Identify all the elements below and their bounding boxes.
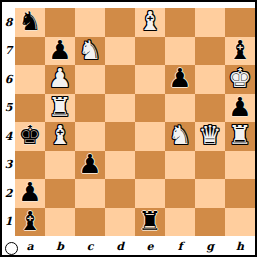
square-d7[interactable] — [105, 37, 135, 66]
piece-white-king[interactable]: ♚ — [228, 65, 251, 91]
piece-white-bishop[interactable]: ♝ — [138, 8, 161, 34]
square-h6[interactable]: ♚ — [225, 65, 255, 94]
square-e4[interactable] — [135, 122, 165, 151]
piece-black-pawn[interactable]: ♟ — [78, 151, 101, 177]
piece-white-knight[interactable]: ♞ — [168, 122, 191, 148]
piece-black-rook[interactable]: ♜ — [138, 208, 161, 234]
square-e6[interactable] — [135, 65, 165, 94]
piece-white-bishop[interactable]: ♝ — [48, 122, 71, 148]
square-c5[interactable] — [75, 94, 105, 123]
square-g1[interactable] — [195, 208, 225, 237]
square-b1[interactable] — [45, 208, 75, 237]
square-f1[interactable] — [165, 208, 195, 237]
square-d3[interactable] — [105, 151, 135, 180]
piece-black-pawn[interactable]: ♟ — [18, 179, 41, 205]
square-d8[interactable] — [105, 8, 135, 37]
piece-white-rook[interactable]: ♜ — [228, 122, 251, 148]
square-a4[interactable]: ♚ — [15, 122, 45, 151]
square-f2[interactable] — [165, 179, 195, 208]
rank-label-5: 5 — [2, 94, 15, 123]
chess-diagram: ♞♝♟♞♝♟♟♚♜♟♚♝♞♛♜♟♟♝♜ 87654321 abcdefgh — [0, 0, 257, 257]
square-e8[interactable]: ♝ — [135, 8, 165, 37]
square-a7[interactable] — [15, 37, 45, 66]
file-label-a: a — [15, 238, 45, 255]
square-b6[interactable]: ♟ — [45, 65, 75, 94]
piece-white-rook[interactable]: ♜ — [48, 94, 71, 120]
square-g6[interactable] — [195, 65, 225, 94]
square-c7[interactable]: ♞ — [75, 37, 105, 66]
piece-black-bishop[interactable]: ♝ — [18, 208, 41, 234]
square-d1[interactable] — [105, 208, 135, 237]
square-d6[interactable] — [105, 65, 135, 94]
square-f5[interactable] — [165, 94, 195, 123]
square-b7[interactable]: ♟ — [45, 37, 75, 66]
square-f8[interactable] — [165, 8, 195, 37]
square-f3[interactable] — [165, 151, 195, 180]
piece-black-bishop[interactable]: ♝ — [228, 37, 251, 63]
square-a3[interactable] — [15, 151, 45, 180]
square-c2[interactable] — [75, 179, 105, 208]
square-c3[interactable]: ♟ — [75, 151, 105, 180]
square-b3[interactable] — [45, 151, 75, 180]
square-f7[interactable] — [165, 37, 195, 66]
square-a8[interactable]: ♞ — [15, 8, 45, 37]
square-g3[interactable] — [195, 151, 225, 180]
square-h1[interactable] — [225, 208, 255, 237]
chess-board: ♞♝♟♞♝♟♟♚♜♟♚♝♞♛♜♟♟♝♜ — [15, 8, 255, 236]
rank-label-7: 7 — [2, 37, 15, 66]
file-label-h: h — [225, 238, 255, 255]
piece-black-pawn[interactable]: ♟ — [168, 65, 191, 91]
rank-label-3: 3 — [2, 151, 15, 180]
square-h8[interactable] — [225, 8, 255, 37]
square-e1[interactable]: ♜ — [135, 208, 165, 237]
square-e3[interactable] — [135, 151, 165, 180]
square-b2[interactable] — [45, 179, 75, 208]
square-b8[interactable] — [45, 8, 75, 37]
piece-white-queen[interactable]: ♛ — [198, 122, 221, 148]
square-b4[interactable]: ♝ — [45, 122, 75, 151]
square-g4[interactable]: ♛ — [195, 122, 225, 151]
file-label-g: g — [195, 238, 225, 255]
square-a5[interactable] — [15, 94, 45, 123]
file-label-b: b — [45, 238, 75, 255]
square-f4[interactable]: ♞ — [165, 122, 195, 151]
rank-label-4: 4 — [2, 122, 15, 151]
piece-black-king[interactable]: ♚ — [18, 122, 41, 148]
square-g2[interactable] — [195, 179, 225, 208]
square-a2[interactable]: ♟ — [15, 179, 45, 208]
square-g8[interactable] — [195, 8, 225, 37]
piece-black-pawn[interactable]: ♟ — [48, 37, 71, 63]
file-label-d: d — [105, 238, 135, 255]
piece-white-pawn[interactable]: ♟ — [48, 65, 71, 91]
square-a1[interactable]: ♝ — [15, 208, 45, 237]
square-h4[interactable]: ♜ — [225, 122, 255, 151]
square-d4[interactable] — [105, 122, 135, 151]
square-e5[interactable] — [135, 94, 165, 123]
white-to-move-indicator — [5, 242, 18, 255]
rank-label-8: 8 — [2, 8, 15, 37]
piece-black-pawn[interactable]: ♟ — [228, 94, 251, 120]
file-label-c: c — [75, 238, 105, 255]
square-f6[interactable]: ♟ — [165, 65, 195, 94]
square-d2[interactable] — [105, 179, 135, 208]
piece-black-knight[interactable]: ♞ — [18, 8, 41, 34]
file-label-e: e — [135, 238, 165, 255]
square-c8[interactable] — [75, 8, 105, 37]
rank-label-1: 1 — [2, 208, 15, 237]
square-a6[interactable] — [15, 65, 45, 94]
square-g7[interactable] — [195, 37, 225, 66]
square-e7[interactable] — [135, 37, 165, 66]
square-c1[interactable] — [75, 208, 105, 237]
square-c6[interactable] — [75, 65, 105, 94]
square-h2[interactable] — [225, 179, 255, 208]
square-h5[interactable]: ♟ — [225, 94, 255, 123]
file-label-f: f — [165, 238, 195, 255]
square-h7[interactable]: ♝ — [225, 37, 255, 66]
square-e2[interactable] — [135, 179, 165, 208]
square-d5[interactable] — [105, 94, 135, 123]
piece-white-knight[interactable]: ♞ — [78, 37, 101, 63]
square-g5[interactable] — [195, 94, 225, 123]
square-b5[interactable]: ♜ — [45, 94, 75, 123]
rank-label-2: 2 — [2, 179, 15, 208]
rank-label-6: 6 — [2, 65, 15, 94]
square-c4[interactable] — [75, 122, 105, 151]
square-h3[interactable] — [225, 151, 255, 180]
